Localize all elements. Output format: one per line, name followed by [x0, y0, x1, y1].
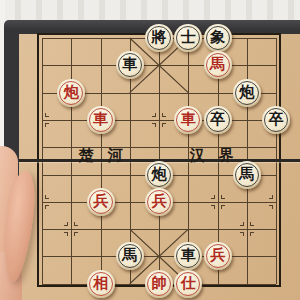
piece-character: 兵: [152, 194, 167, 210]
point-mark: [239, 221, 255, 237]
piece-black-horse-a[interactable]: 馬: [233, 161, 261, 189]
piece-character: 象: [210, 30, 225, 46]
piece-character: 帥: [152, 276, 167, 292]
piece-character: 馬: [239, 167, 254, 183]
piece-red-soldier-a[interactable]: 兵: [87, 188, 115, 216]
piece-character: 相: [93, 276, 108, 292]
piece-red-advisor[interactable]: 仕: [174, 270, 202, 298]
piece-character: 士: [181, 30, 196, 46]
piece-character: 炮: [239, 85, 254, 101]
piece-red-horse[interactable]: 馬: [204, 51, 232, 79]
piece-red-general[interactable]: 帥: [145, 270, 173, 298]
piece-character: 炮: [152, 167, 167, 183]
point-mark: [63, 221, 79, 237]
piece-character: 炮: [64, 85, 79, 101]
piece-character: 車: [181, 112, 196, 128]
point-mark: [151, 112, 167, 128]
piece-character: 兵: [93, 194, 108, 210]
piece-character: 卒: [210, 112, 225, 128]
piece-black-elephant[interactable]: 象: [204, 24, 232, 52]
piece-black-soldier-a[interactable]: 卒: [204, 106, 232, 134]
piece-red-chariot-b[interactable]: 車: [174, 106, 202, 134]
piece-black-horse-b[interactable]: 馬: [116, 242, 144, 270]
photo-scene: 楚 河 汉 界 將士象車馬炮炮車車卒卒炮馬兵兵馬車兵相帥仕: [0, 0, 300, 300]
river-label-chu-he: 楚 河: [79, 146, 128, 165]
piece-black-cannon-a[interactable]: 炮: [233, 79, 261, 107]
piece-character: 馬: [210, 57, 225, 73]
piece-black-chariot-b[interactable]: 車: [174, 242, 202, 270]
piece-black-soldier-b[interactable]: 卒: [262, 106, 290, 134]
piece-character: 將: [152, 30, 167, 46]
piece-red-soldier-b[interactable]: 兵: [145, 188, 173, 216]
piece-character: 兵: [210, 248, 225, 264]
river-label-han-jie: 汉 界: [190, 146, 239, 165]
piece-red-chariot-a[interactable]: 車: [87, 106, 115, 134]
piece-character: 車: [181, 248, 196, 264]
piece-character: 馬: [122, 248, 137, 264]
piece-black-chariot-a[interactable]: 車: [116, 51, 144, 79]
piece-red-elephant[interactable]: 相: [87, 270, 115, 298]
point-mark: [210, 194, 226, 210]
point-mark: [34, 194, 50, 210]
piece-character: 仕: [181, 276, 196, 292]
piece-character: 卒: [269, 112, 284, 128]
piece-character: 車: [122, 57, 137, 73]
piece-red-cannon[interactable]: 炮: [57, 79, 85, 107]
piece-character: 車: [93, 112, 108, 128]
piece-black-cannon-b[interactable]: 炮: [145, 161, 173, 189]
point-mark: [34, 112, 50, 128]
piece-black-advisor[interactable]: 士: [174, 24, 202, 52]
point-mark: [268, 194, 284, 210]
piece-red-soldier-c[interactable]: 兵: [204, 242, 232, 270]
piece-black-general[interactable]: 將: [145, 24, 173, 52]
